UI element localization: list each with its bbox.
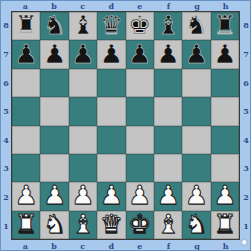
square-h7[interactable]: ♟	[211, 40, 239, 68]
rank-label-2: 2	[240, 183, 251, 212]
rank-label-4: 4	[1, 126, 11, 155]
piece-black-pawn[interactable]: ♟	[100, 41, 123, 67]
square-d5[interactable]	[97, 97, 125, 125]
rank-labels-right: 87654321	[240, 11, 251, 240]
square-f8[interactable]: ♝	[154, 12, 182, 40]
square-d3[interactable]	[97, 154, 125, 182]
square-d6[interactable]	[97, 69, 125, 97]
square-f1[interactable]: ♝	[154, 211, 182, 239]
rank-label-1: 1	[1, 211, 11, 240]
rank-label-8: 8	[240, 11, 251, 40]
rank-label-8: 8	[1, 11, 11, 40]
square-e5[interactable]	[126, 97, 154, 125]
square-e6[interactable]	[126, 69, 154, 97]
piece-black-pawn[interactable]: ♟	[71, 41, 94, 67]
rank-label-3: 3	[240, 154, 251, 183]
square-d1[interactable]: ♛	[97, 211, 125, 239]
square-a6[interactable]	[12, 69, 40, 97]
square-d7[interactable]: ♟	[97, 40, 125, 68]
square-f4[interactable]	[154, 126, 182, 154]
piece-white-queen[interactable]: ♛	[100, 211, 123, 237]
square-h3[interactable]	[211, 154, 239, 182]
square-b4[interactable]	[40, 126, 68, 154]
square-b8[interactable]: ♞	[40, 12, 68, 40]
piece-white-pawn[interactable]: ♟	[15, 182, 38, 208]
rank-label-4: 4	[240, 126, 251, 155]
square-h6[interactable]	[211, 69, 239, 97]
rank-label-7: 7	[240, 40, 251, 69]
rank-label-3: 3	[1, 154, 11, 183]
piece-black-king[interactable]: ♚	[128, 12, 151, 38]
piece-black-rook[interactable]: ♜	[15, 12, 38, 38]
file-label-e: e	[126, 240, 155, 251]
square-g1[interactable]: ♞	[182, 211, 210, 239]
piece-white-pawn[interactable]: ♟	[43, 182, 66, 208]
square-h1[interactable]: ♜	[211, 211, 239, 239]
square-b7[interactable]: ♟	[40, 40, 68, 68]
piece-black-queen[interactable]: ♛	[100, 12, 123, 38]
piece-black-pawn[interactable]: ♟	[156, 41, 179, 67]
square-e4[interactable]	[126, 126, 154, 154]
rank-label-6: 6	[1, 68, 11, 97]
square-c4[interactable]	[69, 126, 97, 154]
square-c8[interactable]: ♝	[69, 12, 97, 40]
file-label-c: c	[68, 240, 97, 251]
piece-black-pawn[interactable]: ♟	[213, 41, 236, 67]
piece-white-knight[interactable]: ♞	[43, 211, 66, 237]
square-c2[interactable]: ♟	[69, 182, 97, 210]
rank-label-6: 6	[240, 68, 251, 97]
rank-label-7: 7	[1, 40, 11, 69]
square-f2[interactable]: ♟	[154, 182, 182, 210]
square-g2[interactable]: ♟	[182, 182, 210, 210]
square-c1[interactable]: ♝	[69, 211, 97, 239]
piece-white-pawn[interactable]: ♟	[71, 182, 94, 208]
piece-black-bishop[interactable]: ♝	[156, 12, 179, 38]
piece-white-king[interactable]: ♚	[128, 211, 151, 237]
piece-black-pawn[interactable]: ♟	[15, 41, 38, 67]
square-c3[interactable]	[69, 154, 97, 182]
piece-black-pawn[interactable]: ♟	[185, 41, 208, 67]
square-e3[interactable]	[126, 154, 154, 182]
square-b2[interactable]: ♟	[40, 182, 68, 210]
square-g3[interactable]	[182, 154, 210, 182]
piece-white-knight[interactable]: ♞	[185, 211, 208, 237]
square-f3[interactable]	[154, 154, 182, 182]
square-c6[interactable]	[69, 69, 97, 97]
square-a7[interactable]: ♟	[12, 40, 40, 68]
square-a4[interactable]	[12, 126, 40, 154]
square-e8[interactable]: ♚	[126, 12, 154, 40]
square-b1[interactable]: ♞	[40, 211, 68, 239]
square-a8[interactable]: ♜	[12, 12, 40, 40]
square-a5[interactable]	[12, 97, 40, 125]
square-a3[interactable]	[12, 154, 40, 182]
piece-white-pawn[interactable]: ♟	[128, 182, 151, 208]
rank-label-5: 5	[240, 97, 251, 126]
file-label-g: g	[183, 240, 212, 251]
square-g4[interactable]	[182, 126, 210, 154]
piece-white-pawn[interactable]: ♟	[213, 182, 236, 208]
square-h2[interactable]: ♟	[211, 182, 239, 210]
file-label-f: f	[154, 240, 183, 251]
square-f5[interactable]	[154, 97, 182, 125]
piece-white-pawn[interactable]: ♟	[100, 182, 123, 208]
piece-black-pawn[interactable]: ♟	[128, 41, 151, 67]
square-c5[interactable]	[69, 97, 97, 125]
rank-label-5: 5	[1, 97, 11, 126]
square-a2[interactable]: ♟	[12, 182, 40, 210]
square-e1[interactable]: ♚	[126, 211, 154, 239]
square-c7[interactable]: ♟	[69, 40, 97, 68]
square-g8[interactable]: ♞	[182, 12, 210, 40]
square-h8[interactable]: ♜	[211, 12, 239, 40]
piece-black-rook[interactable]: ♜	[213, 12, 236, 38]
square-b6[interactable]	[40, 69, 68, 97]
file-label-a: a	[11, 240, 40, 251]
piece-white-rook[interactable]: ♜	[15, 211, 38, 237]
square-h4[interactable]	[211, 126, 239, 154]
piece-black-knight[interactable]: ♞	[185, 12, 208, 38]
chess-diagram: abcdefgh 87654321 ♜♞♝♛♚♝♞♜♟♟♟♟♟♟♟♟♟♟♟♟♟♟…	[0, 0, 251, 251]
chess-board: ♜♞♝♛♚♝♞♜♟♟♟♟♟♟♟♟♟♟♟♟♟♟♟♟♜♞♝♛♚♝♞♜	[11, 11, 240, 240]
square-h5[interactable]	[211, 97, 239, 125]
piece-white-bishop[interactable]: ♝	[156, 211, 179, 237]
square-b5[interactable]	[40, 97, 68, 125]
square-g7[interactable]: ♟	[182, 40, 210, 68]
file-label-d: d	[97, 240, 126, 251]
rank-label-2: 2	[1, 183, 11, 212]
piece-black-pawn[interactable]: ♟	[43, 41, 66, 67]
rank-labels-left: 87654321	[1, 11, 11, 240]
file-label-h: h	[211, 240, 240, 251]
piece-white-pawn[interactable]: ♟	[185, 182, 208, 208]
white-to-move-indicator	[241, 239, 248, 246]
square-f6[interactable]	[154, 69, 182, 97]
rank-label-1: 1	[240, 211, 251, 240]
square-d2[interactable]: ♟	[97, 182, 125, 210]
square-f7[interactable]: ♟	[154, 40, 182, 68]
file-label-b: b	[40, 240, 69, 251]
piece-black-bishop[interactable]: ♝	[71, 12, 94, 38]
square-b3[interactable]	[40, 154, 68, 182]
square-e7[interactable]: ♟	[126, 40, 154, 68]
square-g5[interactable]	[182, 97, 210, 125]
square-d4[interactable]	[97, 126, 125, 154]
square-d8[interactable]: ♛	[97, 12, 125, 40]
square-g6[interactable]	[182, 69, 210, 97]
square-e2[interactable]: ♟	[126, 182, 154, 210]
file-labels-bottom: abcdefgh	[11, 240, 240, 251]
piece-black-knight[interactable]: ♞	[43, 12, 66, 38]
square-a1[interactable]: ♜	[12, 211, 40, 239]
piece-white-pawn[interactable]: ♟	[156, 182, 179, 208]
piece-white-rook[interactable]: ♜	[213, 211, 236, 237]
piece-white-bishop[interactable]: ♝	[71, 211, 94, 237]
